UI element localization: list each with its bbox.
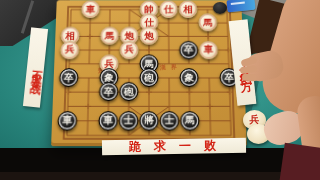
bystander-cloth (280, 143, 320, 180)
piece-red-R-h3[interactable]: 車 (199, 41, 218, 59)
street-xiangqi-photo: 楚河 漢界 車帥仕相仕馬相馬炮炮兵兵卒車兵馬卒象砲象卒卒砲車車士將士馬 不服来战… (0, 0, 320, 180)
piece-black-c-e5[interactable]: 砲 (139, 68, 158, 87)
piece-red-A-f0[interactable]: 仕 (159, 0, 178, 18)
piece-black-c-d6[interactable]: 砲 (119, 82, 138, 101)
piece-black-a-f8[interactable]: 士 (160, 111, 180, 130)
piece-red-B-g0[interactable]: 相 (179, 0, 198, 18)
piece-red-C-e2[interactable]: 炮 (140, 27, 159, 45)
river-label-right: 漢界 (160, 63, 182, 73)
banner-bottom: 跪求一败 (102, 138, 246, 156)
finger (242, 73, 257, 81)
piece-black-b-g5[interactable]: 象 (179, 68, 198, 87)
piece-red-N-h1[interactable]: 馬 (198, 14, 217, 32)
xiangqi-board[interactable]: 楚河 漢界 車帥仕相仕馬相馬炮炮兵兵卒車兵馬卒象砲象卒卒砲車車士將士馬 (51, 0, 247, 146)
piece-black-a-d8[interactable]: 士 (119, 111, 139, 130)
piece-black-n-g8[interactable]: 馬 (180, 111, 200, 130)
piece-black-k-e8[interactable]: 將 (139, 111, 158, 130)
piece-black-p-g3[interactable]: 卒 (179, 41, 198, 59)
piece-red-P-d3[interactable]: 兵 (120, 41, 139, 59)
captured-black-piece[interactable] (213, 2, 227, 14)
